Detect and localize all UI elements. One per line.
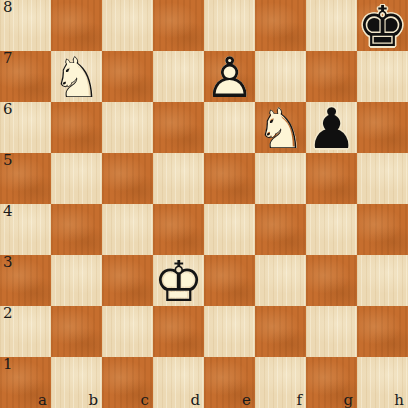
square-c6[interactable] [102,102,153,153]
square-e3[interactable] [204,255,255,306]
square-b4[interactable] [51,204,102,255]
square-b2[interactable] [51,306,102,357]
square-g2[interactable] [306,306,357,357]
square-g4[interactable] [306,204,357,255]
chess-board: ♚♞♘♟♙♞♘♟♚♔ 87654321abcdefgh [0,0,408,408]
square-e4[interactable] [204,204,255,255]
board-grid: ♚♞♘♟♙♞♘♟♚♔ [0,0,408,408]
square-d1[interactable] [153,357,204,408]
square-f1[interactable] [255,357,306,408]
square-c4[interactable] [102,204,153,255]
square-a3[interactable] [0,255,51,306]
square-d6[interactable] [153,102,204,153]
square-h8[interactable]: ♚ [357,0,408,51]
square-b6[interactable] [51,102,102,153]
square-a7[interactable] [0,51,51,102]
square-d4[interactable] [153,204,204,255]
square-f3[interactable] [255,255,306,306]
square-g6[interactable]: ♟ [306,102,357,153]
square-h5[interactable] [357,153,408,204]
black-pawn-glyph: ♟ [306,103,357,154]
black-king-glyph: ♚ [357,1,408,52]
square-a1[interactable] [0,357,51,408]
square-a8[interactable] [0,0,51,51]
square-h2[interactable] [357,306,408,357]
square-e1[interactable] [204,357,255,408]
square-h1[interactable] [357,357,408,408]
white-pawn-outline: ♙ [204,52,255,103]
black-pawn[interactable]: ♟ [306,102,357,153]
white-king[interactable]: ♚♔ [153,255,204,306]
square-b5[interactable] [51,153,102,204]
black-king[interactable]: ♚ [357,0,408,51]
square-b3[interactable] [51,255,102,306]
square-b8[interactable] [51,0,102,51]
square-g5[interactable] [306,153,357,204]
square-e8[interactable] [204,0,255,51]
square-b1[interactable] [51,357,102,408]
square-g3[interactable] [306,255,357,306]
square-a5[interactable] [0,153,51,204]
square-c8[interactable] [102,0,153,51]
white-knight[interactable]: ♞♘ [255,102,306,153]
square-e6[interactable] [204,102,255,153]
square-e7[interactable]: ♟♙ [204,51,255,102]
white-knight-outline: ♘ [255,103,306,154]
square-c1[interactable] [102,357,153,408]
white-king-outline: ♔ [153,256,204,307]
square-a2[interactable] [0,306,51,357]
square-e2[interactable] [204,306,255,357]
square-h3[interactable] [357,255,408,306]
square-d8[interactable] [153,0,204,51]
square-g8[interactable] [306,0,357,51]
white-knight[interactable]: ♞♘ [51,51,102,102]
white-pawn[interactable]: ♟♙ [204,51,255,102]
square-c2[interactable] [102,306,153,357]
square-f2[interactable] [255,306,306,357]
square-d5[interactable] [153,153,204,204]
square-h7[interactable] [357,51,408,102]
square-c3[interactable] [102,255,153,306]
square-a6[interactable] [0,102,51,153]
white-knight-outline: ♘ [51,52,102,103]
square-c7[interactable] [102,51,153,102]
square-e5[interactable] [204,153,255,204]
square-h4[interactable] [357,204,408,255]
square-c5[interactable] [102,153,153,204]
square-f5[interactable] [255,153,306,204]
square-f8[interactable] [255,0,306,51]
square-d3[interactable]: ♚♔ [153,255,204,306]
square-h6[interactable] [357,102,408,153]
square-b7[interactable]: ♞♘ [51,51,102,102]
square-g1[interactable] [306,357,357,408]
square-f7[interactable] [255,51,306,102]
square-d7[interactable] [153,51,204,102]
square-f6[interactable]: ♞♘ [255,102,306,153]
square-g7[interactable] [306,51,357,102]
square-d2[interactable] [153,306,204,357]
square-a4[interactable] [0,204,51,255]
square-f4[interactable] [255,204,306,255]
